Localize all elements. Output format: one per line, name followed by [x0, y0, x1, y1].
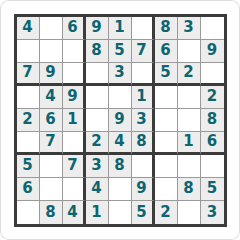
- cell-r5c1[interactable]: 2: [17, 109, 40, 132]
- cell-r1c5[interactable]: 1: [109, 17, 132, 40]
- cell-r9c1[interactable]: [17, 201, 40, 224]
- cell-r5c6[interactable]: 3: [132, 109, 155, 132]
- cell-r3c7[interactable]: 5: [155, 63, 178, 86]
- cell-r7c1[interactable]: 5: [17, 155, 40, 178]
- cell-r9c2[interactable]: 8: [40, 201, 63, 224]
- cell-r5c8[interactable]: [178, 109, 201, 132]
- cell-r3c1[interactable]: 7: [17, 63, 40, 86]
- sudoku-board: 4691838576979352491226193872481657386498…: [14, 14, 227, 227]
- cell-r4c8[interactable]: [178, 86, 201, 109]
- cell-r9c6[interactable]: 5: [132, 201, 155, 224]
- cell-r6c3[interactable]: [63, 132, 86, 155]
- cell-r5c9[interactable]: 8: [201, 109, 224, 132]
- cell-r9c5[interactable]: [109, 201, 132, 224]
- cell-r3c2[interactable]: 9: [40, 63, 63, 86]
- cell-r2c8[interactable]: [178, 40, 201, 63]
- cell-r2c4[interactable]: 8: [86, 40, 109, 63]
- cell-r3c5[interactable]: 3: [109, 63, 132, 86]
- cell-r4c2[interactable]: 4: [40, 86, 63, 109]
- cell-r7c7[interactable]: [155, 155, 178, 178]
- cell-r4c3[interactable]: 9: [63, 86, 86, 109]
- cell-r8c4[interactable]: 4: [86, 178, 109, 201]
- cell-r7c5[interactable]: 8: [109, 155, 132, 178]
- cell-r7c4[interactable]: 3: [86, 155, 109, 178]
- cell-r1c8[interactable]: 3: [178, 17, 201, 40]
- cell-r7c6[interactable]: [132, 155, 155, 178]
- cell-r6c1[interactable]: [17, 132, 40, 155]
- cell-r3c9[interactable]: [201, 63, 224, 86]
- cell-r7c9[interactable]: [201, 155, 224, 178]
- cell-r2c6[interactable]: 7: [132, 40, 155, 63]
- cell-r2c9[interactable]: 9: [201, 40, 224, 63]
- cell-r5c5[interactable]: 9: [109, 109, 132, 132]
- cell-r9c4[interactable]: 1: [86, 201, 109, 224]
- cell-r3c3[interactable]: [63, 63, 86, 86]
- cell-r9c3[interactable]: 4: [63, 201, 86, 224]
- cell-r4c9[interactable]: 2: [201, 86, 224, 109]
- cell-r5c7[interactable]: [155, 109, 178, 132]
- cell-r9c9[interactable]: 3: [201, 201, 224, 224]
- cell-r2c3[interactable]: [63, 40, 86, 63]
- cell-r6c9[interactable]: 6: [201, 132, 224, 155]
- cell-r6c2[interactable]: 7: [40, 132, 63, 155]
- cell-r6c7[interactable]: [155, 132, 178, 155]
- cell-r1c6[interactable]: [132, 17, 155, 40]
- cell-r1c9[interactable]: [201, 17, 224, 40]
- cell-r9c7[interactable]: 2: [155, 201, 178, 224]
- cell-r8c8[interactable]: 8: [178, 178, 201, 201]
- cell-r4c1[interactable]: [17, 86, 40, 109]
- cell-r8c3[interactable]: [63, 178, 86, 201]
- cell-r2c5[interactable]: 5: [109, 40, 132, 63]
- sudoku-card: 4691838576979352491226193872481657386498…: [0, 0, 240, 240]
- cell-r8c2[interactable]: [40, 178, 63, 201]
- cell-r3c8[interactable]: 2: [178, 63, 201, 86]
- cell-r6c5[interactable]: 4: [109, 132, 132, 155]
- cell-r8c7[interactable]: [155, 178, 178, 201]
- cell-r2c7[interactable]: 6: [155, 40, 178, 63]
- cell-r8c1[interactable]: 6: [17, 178, 40, 201]
- cell-r1c2[interactable]: [40, 17, 63, 40]
- cell-r2c1[interactable]: [17, 40, 40, 63]
- cell-r5c4[interactable]: [86, 109, 109, 132]
- cell-r1c1[interactable]: 4: [17, 17, 40, 40]
- cell-r8c9[interactable]: 5: [201, 178, 224, 201]
- cell-r4c6[interactable]: 1: [132, 86, 155, 109]
- cell-r7c3[interactable]: 7: [63, 155, 86, 178]
- cell-r1c3[interactable]: 6: [63, 17, 86, 40]
- cell-r5c2[interactable]: 6: [40, 109, 63, 132]
- cell-r7c8[interactable]: [178, 155, 201, 178]
- cell-r9c8[interactable]: [178, 201, 201, 224]
- cell-r5c3[interactable]: 1: [63, 109, 86, 132]
- cell-r4c4[interactable]: [86, 86, 109, 109]
- cell-r1c7[interactable]: 8: [155, 17, 178, 40]
- cell-r1c4[interactable]: 9: [86, 17, 109, 40]
- cell-r3c6[interactable]: [132, 63, 155, 86]
- cell-r8c5[interactable]: [109, 178, 132, 201]
- cell-r7c2[interactable]: [40, 155, 63, 178]
- cell-r2c2[interactable]: [40, 40, 63, 63]
- cell-r6c8[interactable]: 1: [178, 132, 201, 155]
- cell-r6c4[interactable]: 2: [86, 132, 109, 155]
- cell-r4c7[interactable]: [155, 86, 178, 109]
- cell-r3c4[interactable]: [86, 63, 109, 86]
- cell-r6c6[interactable]: 8: [132, 132, 155, 155]
- cell-r4c5[interactable]: [109, 86, 132, 109]
- cell-r8c6[interactable]: 9: [132, 178, 155, 201]
